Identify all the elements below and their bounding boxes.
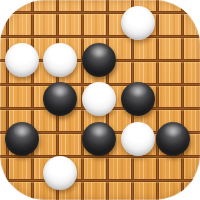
grid-line-vertical (31, 0, 34, 200)
grid-line-vertical (156, 0, 159, 200)
stone-white (43, 156, 77, 190)
go-board (0, 0, 200, 200)
stone-black (5, 122, 39, 156)
grid-line-horizontal (0, 179, 200, 182)
stone-white (121, 122, 155, 156)
grid-line-vertical (6, 0, 9, 200)
stone-white (5, 43, 39, 77)
stone-white (43, 43, 77, 77)
stone-black (156, 122, 190, 156)
grid-line-vertical (181, 0, 184, 200)
stone-black (43, 82, 77, 116)
stone-black (82, 122, 116, 156)
stone-black (121, 82, 155, 116)
stone-black (82, 43, 116, 77)
grid-line-horizontal (0, 35, 200, 38)
stone-white (121, 6, 155, 40)
stone-white (82, 82, 116, 116)
grid-line-horizontal (0, 11, 200, 14)
go-app-icon[interactable] (0, 0, 200, 200)
page-background (0, 0, 200, 200)
